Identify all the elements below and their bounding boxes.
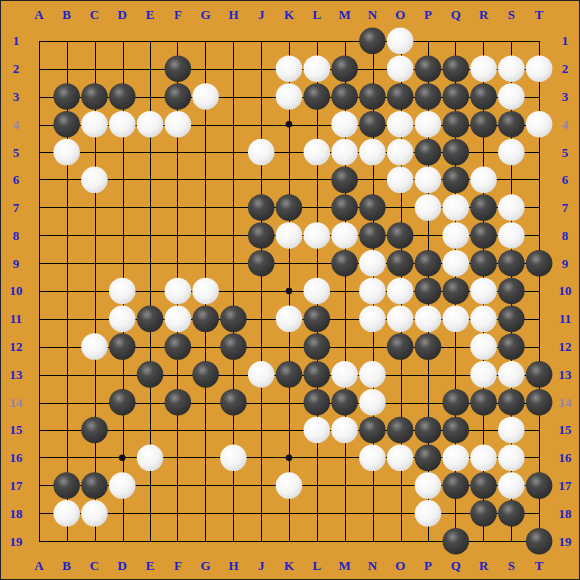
black-stone <box>443 389 470 416</box>
white-stone <box>165 278 192 305</box>
black-stone <box>276 194 303 221</box>
black-stone <box>415 55 442 82</box>
white-stone <box>137 444 164 471</box>
black-stone <box>331 83 358 110</box>
black-stone <box>415 417 442 444</box>
column-label-bottom: J <box>258 558 265 573</box>
white-stone <box>192 83 219 110</box>
row-label-left: 19 <box>9 534 22 549</box>
row-label-left: 7 <box>13 200 20 215</box>
white-stone <box>387 167 414 194</box>
black-stone <box>443 139 470 166</box>
row-label-right: 7 <box>562 200 569 215</box>
black-stone <box>526 389 553 416</box>
black-stone <box>470 250 497 277</box>
black-stone <box>498 389 525 416</box>
black-stone <box>192 361 219 388</box>
column-label-bottom: M <box>338 558 350 573</box>
column-label-top: B <box>62 7 71 22</box>
black-stone <box>109 83 136 110</box>
star-point <box>286 454 293 461</box>
black-stone <box>359 111 386 138</box>
white-stone <box>470 361 497 388</box>
black-stone <box>137 361 164 388</box>
white-stone <box>304 55 331 82</box>
row-label-right: 3 <box>562 89 569 104</box>
column-label-bottom: P <box>424 558 432 573</box>
black-stone <box>415 83 442 110</box>
column-label-bottom: T <box>535 558 544 573</box>
black-stone <box>331 167 358 194</box>
column-label-bottom: D <box>118 558 127 573</box>
row-label-left: 1 <box>13 33 19 48</box>
black-stone <box>498 278 525 305</box>
black-stone <box>359 222 386 249</box>
black-stone <box>359 28 386 55</box>
black-stone <box>443 111 470 138</box>
white-stone <box>470 333 497 360</box>
row-label-right: 8 <box>562 228 569 243</box>
row-label-left: 15 <box>9 422 22 437</box>
black-stone <box>470 83 497 110</box>
row-label-right: 18 <box>559 506 572 521</box>
black-stone <box>304 333 331 360</box>
white-stone <box>415 500 442 527</box>
black-stone <box>220 306 247 333</box>
black-stone <box>165 333 192 360</box>
row-label-left: 2 <box>13 61 19 76</box>
black-stone <box>443 417 470 444</box>
black-stone <box>443 55 470 82</box>
white-stone <box>359 361 386 388</box>
row-label-left: 13 <box>9 367 22 382</box>
white-stone <box>443 194 470 221</box>
column-label-top: G <box>201 7 211 22</box>
column-label-top: E <box>146 7 155 22</box>
black-stone <box>165 83 192 110</box>
row-label-right: 16 <box>559 450 572 465</box>
white-stone <box>470 444 497 471</box>
white-stone <box>498 83 525 110</box>
star-point <box>286 288 293 295</box>
row-label-left: 17 <box>9 478 22 493</box>
white-stone <box>248 139 275 166</box>
black-stone <box>498 306 525 333</box>
white-stone <box>387 139 414 166</box>
row-label-right: 2 <box>562 61 568 76</box>
black-stone <box>470 111 497 138</box>
row-label-right: 17 <box>559 478 572 493</box>
column-label-top: F <box>174 7 182 22</box>
white-stone <box>276 306 303 333</box>
white-stone <box>81 333 108 360</box>
white-stone <box>415 306 442 333</box>
white-stone <box>443 250 470 277</box>
black-stone <box>331 55 358 82</box>
black-stone <box>248 222 275 249</box>
column-label-bottom: B <box>62 558 71 573</box>
white-stone <box>498 194 525 221</box>
white-stone <box>415 167 442 194</box>
white-stone <box>109 472 136 499</box>
column-label-top: K <box>284 7 294 22</box>
white-stone <box>387 111 414 138</box>
white-stone <box>498 139 525 166</box>
white-stone <box>415 194 442 221</box>
white-stone <box>470 306 497 333</box>
column-label-top: D <box>118 7 127 22</box>
row-label-right: 10 <box>559 283 572 298</box>
white-stone <box>387 55 414 82</box>
white-stone <box>276 222 303 249</box>
black-stone <box>276 361 303 388</box>
column-label-top: Q <box>451 7 461 22</box>
white-stone <box>81 500 108 527</box>
black-stone <box>387 250 414 277</box>
white-stone <box>470 278 497 305</box>
black-stone <box>526 361 553 388</box>
white-stone <box>443 306 470 333</box>
black-stone <box>53 83 80 110</box>
column-label-bottom: N <box>368 558 378 573</box>
white-stone <box>53 139 80 166</box>
black-stone <box>248 250 275 277</box>
row-label-right: 4 <box>562 117 569 132</box>
black-stone <box>498 333 525 360</box>
white-stone <box>304 417 331 444</box>
black-stone <box>498 250 525 277</box>
column-label-bottom: S <box>508 558 515 573</box>
black-stone <box>415 139 442 166</box>
black-stone <box>192 306 219 333</box>
column-label-bottom: G <box>201 558 211 573</box>
white-stone <box>331 222 358 249</box>
black-stone <box>470 472 497 499</box>
white-stone <box>470 167 497 194</box>
white-stone <box>109 278 136 305</box>
column-label-top: T <box>535 7 544 22</box>
black-stone <box>304 361 331 388</box>
white-stone <box>276 83 303 110</box>
column-label-top: C <box>90 7 99 22</box>
white-stone <box>359 306 386 333</box>
column-label-bottom: R <box>479 558 489 573</box>
black-stone <box>443 83 470 110</box>
white-stone <box>165 306 192 333</box>
white-stone <box>526 111 553 138</box>
black-stone <box>359 83 386 110</box>
white-stone <box>276 55 303 82</box>
black-stone <box>387 222 414 249</box>
column-label-bottom: H <box>228 558 238 573</box>
black-stone <box>443 528 470 555</box>
black-stone <box>165 55 192 82</box>
white-stone <box>498 472 525 499</box>
white-stone <box>248 361 275 388</box>
row-label-left: 6 <box>13 172 20 187</box>
column-label-bottom: A <box>34 558 44 573</box>
black-stone <box>81 83 108 110</box>
white-stone <box>81 167 108 194</box>
black-stone <box>359 194 386 221</box>
column-label-bottom: Q <box>451 558 461 573</box>
white-stone <box>109 306 136 333</box>
black-stone <box>470 194 497 221</box>
black-stone <box>53 472 80 499</box>
black-stone <box>470 389 497 416</box>
black-stone <box>387 333 414 360</box>
black-stone <box>498 500 525 527</box>
black-stone <box>331 194 358 221</box>
black-stone <box>331 250 358 277</box>
row-label-right: 13 <box>559 367 572 382</box>
row-label-left: 10 <box>9 283 22 298</box>
black-stone <box>331 389 358 416</box>
black-stone <box>53 111 80 138</box>
white-stone <box>137 111 164 138</box>
white-stone <box>359 139 386 166</box>
black-stone <box>443 472 470 499</box>
white-stone <box>498 55 525 82</box>
row-label-left: 8 <box>13 228 20 243</box>
column-label-top: A <box>34 7 44 22</box>
black-stone <box>387 83 414 110</box>
row-label-left: 18 <box>9 506 22 521</box>
black-stone <box>526 250 553 277</box>
go-board[interactable]: AABBCCDDEEFFGGHHJJKKLLMMNNOOPPQQRRSSTT11… <box>1 1 579 579</box>
column-label-bottom: C <box>90 558 99 573</box>
white-stone <box>192 278 219 305</box>
row-label-left: 12 <box>9 339 22 354</box>
row-label-right: 15 <box>559 422 572 437</box>
white-stone <box>387 306 414 333</box>
white-stone <box>304 222 331 249</box>
white-stone <box>109 111 136 138</box>
black-stone <box>304 83 331 110</box>
white-stone <box>498 361 525 388</box>
white-stone <box>526 55 553 82</box>
white-stone <box>276 472 303 499</box>
star-point <box>286 121 293 128</box>
column-label-top: S <box>508 7 515 22</box>
column-label-top: J <box>258 7 265 22</box>
white-stone <box>387 278 414 305</box>
row-label-right: 9 <box>562 256 568 271</box>
white-stone <box>53 500 80 527</box>
row-label-left: 16 <box>9 450 22 465</box>
black-stone <box>81 472 108 499</box>
column-label-bottom: F <box>174 558 182 573</box>
white-stone <box>359 389 386 416</box>
column-label-bottom: K <box>284 558 294 573</box>
black-stone <box>220 333 247 360</box>
row-label-right: 19 <box>559 534 572 549</box>
row-label-left: 3 <box>13 89 20 104</box>
white-stone <box>165 111 192 138</box>
white-stone <box>220 444 247 471</box>
black-stone <box>109 389 136 416</box>
black-stone <box>415 444 442 471</box>
black-stone <box>443 278 470 305</box>
white-stone <box>359 278 386 305</box>
column-label-top: H <box>228 7 238 22</box>
white-stone <box>331 111 358 138</box>
white-stone <box>331 361 358 388</box>
black-stone <box>470 222 497 249</box>
black-stone <box>415 250 442 277</box>
column-label-top: P <box>424 7 432 22</box>
row-label-right: 1 <box>562 33 568 48</box>
black-stone <box>81 417 108 444</box>
column-label-top: L <box>312 7 321 22</box>
column-label-top: O <box>395 7 405 22</box>
go-board-app: AABBCCDDEEFFGGHHJJKKLLMMNNOOPPQQRRSSTT11… <box>0 0 580 580</box>
white-stone <box>387 28 414 55</box>
white-stone <box>359 250 386 277</box>
black-stone <box>248 194 275 221</box>
black-stone <box>387 417 414 444</box>
white-stone <box>443 222 470 249</box>
white-stone <box>81 111 108 138</box>
black-stone <box>137 306 164 333</box>
star-point <box>119 454 126 461</box>
row-label-left: 14 <box>9 395 22 410</box>
row-label-right: 12 <box>559 339 572 354</box>
black-stone <box>359 417 386 444</box>
black-stone <box>526 472 553 499</box>
column-label-top: N <box>368 7 378 22</box>
column-label-bottom: E <box>146 558 155 573</box>
white-stone <box>498 417 525 444</box>
row-label-right: 6 <box>562 172 569 187</box>
row-label-right: 14 <box>559 395 572 410</box>
black-stone <box>304 306 331 333</box>
black-stone <box>304 389 331 416</box>
row-label-right: 11 <box>559 311 571 326</box>
black-stone <box>498 111 525 138</box>
column-label-bottom: L <box>312 558 321 573</box>
black-stone <box>109 333 136 360</box>
column-label-top: M <box>338 7 350 22</box>
white-stone <box>331 417 358 444</box>
row-label-left: 5 <box>13 145 19 160</box>
black-stone <box>415 278 442 305</box>
white-stone <box>304 139 331 166</box>
white-stone <box>359 444 386 471</box>
row-label-left: 4 <box>13 117 20 132</box>
white-stone <box>498 222 525 249</box>
row-label-left: 9 <box>13 256 19 271</box>
black-stone <box>165 389 192 416</box>
row-label-left: 11 <box>10 311 22 326</box>
white-stone <box>387 444 414 471</box>
white-stone <box>470 55 497 82</box>
row-label-right: 5 <box>562 145 568 160</box>
white-stone <box>498 444 525 471</box>
white-stone <box>415 111 442 138</box>
column-label-bottom: O <box>395 558 405 573</box>
black-stone <box>470 500 497 527</box>
black-stone <box>526 528 553 555</box>
white-stone <box>415 472 442 499</box>
black-stone <box>415 333 442 360</box>
black-stone <box>443 167 470 194</box>
white-stone <box>304 278 331 305</box>
white-stone <box>331 139 358 166</box>
column-label-top: R <box>479 7 489 22</box>
black-stone <box>220 389 247 416</box>
white-stone <box>443 444 470 471</box>
